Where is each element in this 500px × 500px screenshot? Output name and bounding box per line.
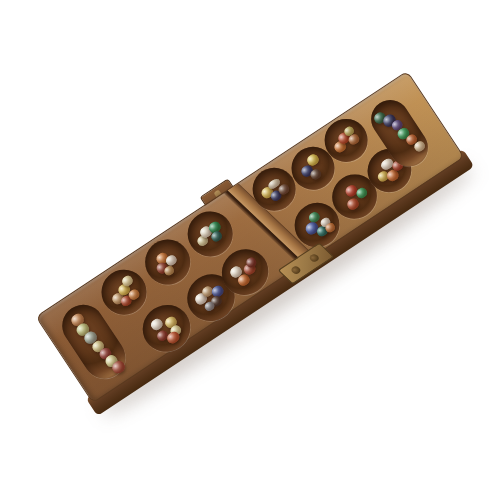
pits-container xyxy=(37,72,407,317)
screw-icon xyxy=(290,265,303,275)
pit-b5-stone xyxy=(345,196,361,212)
product-photo xyxy=(0,0,500,500)
board-top-face xyxy=(35,71,464,404)
screw-icon xyxy=(308,253,321,263)
pit-a1[interactable] xyxy=(92,261,154,323)
mancala-board xyxy=(35,71,464,404)
